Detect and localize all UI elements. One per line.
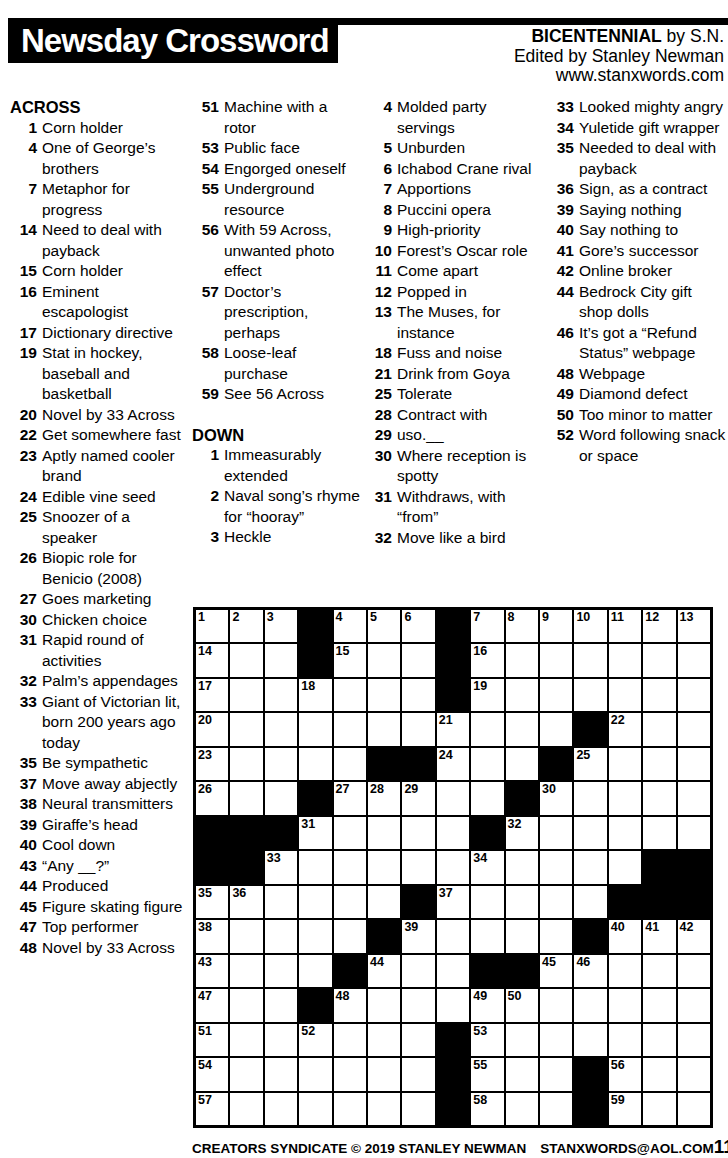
clue-text: Too minor to matter: [579, 405, 728, 426]
clue-text: Heckle: [224, 527, 362, 548]
cell-r15c14[interactable]: [643, 1093, 675, 1125]
cell-r12c1[interactable]: 47: [196, 989, 228, 1021]
cell-r3c1[interactable]: 17: [196, 679, 228, 711]
cell-r13c13[interactable]: [609, 1024, 641, 1056]
black-square-r6c4: [299, 782, 331, 814]
clue-down-34: 34Yuletide gift wrapper: [547, 118, 728, 139]
cell-r6c15[interactable]: [678, 782, 710, 814]
cell-r10c15[interactable]: 42: [678, 920, 710, 952]
cell-r11c12[interactable]: 46: [574, 955, 606, 987]
clue-down-11: 11Come apart: [365, 261, 542, 282]
cell-number: 46: [576, 955, 590, 969]
clue-text: Chicken choice: [42, 610, 188, 631]
cell-r4c8[interactable]: 21: [437, 713, 469, 745]
cell-r2c11[interactable]: [540, 644, 572, 676]
cell-r9c2[interactable]: 36: [230, 886, 262, 918]
clue-text: Machine with a rotor: [224, 97, 362, 138]
cell-r10c9[interactable]: [471, 920, 503, 952]
cell-r10c1[interactable]: 38: [196, 920, 228, 952]
cell-r6c3[interactable]: [265, 782, 297, 814]
cell-r1c7[interactable]: 6: [402, 610, 434, 642]
clue-across-19: 19Stat in hockey, baseball and basketbal…: [10, 343, 188, 405]
cell-number: 4: [336, 610, 343, 624]
clue-number: 29: [365, 425, 397, 446]
cell-r15c5[interactable]: [334, 1093, 366, 1125]
cell-r1c13[interactable]: 11: [609, 610, 641, 642]
clue-across-22: 22Get somewhere fast: [10, 425, 188, 446]
cell-r11c11[interactable]: 45: [540, 955, 572, 987]
cell-r2c7[interactable]: [402, 644, 434, 676]
cell-r2c14[interactable]: [643, 644, 675, 676]
cell-r8c9[interactable]: 34: [471, 851, 503, 883]
cell-r9c6[interactable]: [368, 886, 400, 918]
cell-r12c13[interactable]: [609, 989, 641, 1021]
cell-r15c3[interactable]: [265, 1093, 297, 1125]
cell-r14c11[interactable]: [540, 1058, 572, 1090]
clue-down-9: 9High-priority: [365, 220, 542, 241]
clue-across-27: 27Goes marketing: [10, 589, 188, 610]
cell-r1c11[interactable]: 9: [540, 610, 572, 642]
cell-r10c7[interactable]: 39: [402, 920, 434, 952]
cell-r8c5[interactable]: [334, 851, 366, 883]
clue-number: 55: [192, 179, 224, 200]
cell-r3c13[interactable]: [609, 679, 641, 711]
clue-text: Palm’s appendages: [42, 671, 188, 692]
cell-r15c15[interactable]: [678, 1093, 710, 1125]
cell-r4c14[interactable]: [643, 713, 675, 745]
cell-number: 43: [198, 955, 212, 969]
clue-text: Gore’s successor: [579, 241, 728, 262]
cell-r11c14[interactable]: [643, 955, 675, 987]
clue-number: 28: [365, 405, 397, 426]
cell-r14c6[interactable]: [368, 1058, 400, 1090]
cell-r11c2[interactable]: [230, 955, 262, 987]
cell-r14c10[interactable]: [506, 1058, 538, 1090]
cell-r12c9[interactable]: 49: [471, 989, 503, 1021]
cell-r5c14[interactable]: [643, 748, 675, 780]
clue-down-36: 36Sign, as a contract: [547, 179, 728, 200]
clue-text: Apportions: [397, 179, 542, 200]
clue-number: 25: [365, 384, 397, 405]
cell-r13c9[interactable]: 53: [471, 1024, 503, 1056]
cell-r5c1[interactable]: 23: [196, 748, 228, 780]
cell-r7c10[interactable]: 32: [506, 817, 538, 849]
cell-r11c6[interactable]: 44: [368, 955, 400, 987]
cell-r11c13[interactable]: [609, 955, 641, 987]
cell-r15c10[interactable]: [506, 1093, 538, 1125]
puzzle-info: BICENTENNIAL by S.N. Edited by Stanley N…: [514, 27, 724, 86]
cell-r12c10[interactable]: 50: [506, 989, 538, 1021]
clue-number: 51: [192, 97, 224, 118]
newspaper-puzzle-page: { "game": "crossword", "header": { "mast…: [0, 0, 728, 1158]
cell-r2c3[interactable]: [265, 644, 297, 676]
cell-r13c2[interactable]: [230, 1024, 262, 1056]
cell-r3c14[interactable]: [643, 679, 675, 711]
cell-r10c5[interactable]: [334, 920, 366, 952]
cell-r7c6[interactable]: [368, 817, 400, 849]
cell-r1c15[interactable]: 13: [678, 610, 710, 642]
cell-r6c7[interactable]: 29: [402, 782, 434, 814]
cell-r13c11[interactable]: [540, 1024, 572, 1056]
clue-text: Loose-leaf purchase: [224, 343, 362, 384]
cell-r12c11[interactable]: [540, 989, 572, 1021]
clue-number: 44: [547, 282, 579, 303]
cell-number: 30: [542, 782, 556, 796]
cell-r13c10[interactable]: [506, 1024, 538, 1056]
clue-across-57: 57Doctor’s prescription, perhaps: [192, 282, 362, 344]
cell-r10c13[interactable]: 40: [609, 920, 641, 952]
cell-r13c3[interactable]: [265, 1024, 297, 1056]
cell-r2c6[interactable]: [368, 644, 400, 676]
black-square-r8c1: [196, 851, 228, 883]
clue-text: Immeasurably extended: [224, 445, 362, 486]
clue-down-52: 52Word following snack or space: [547, 425, 728, 466]
cell-r2c15[interactable]: [678, 644, 710, 676]
clue-number: 4: [365, 97, 397, 118]
cell-r8c7[interactable]: [402, 851, 434, 883]
cell-r10c11[interactable]: [540, 920, 572, 952]
cell-r14c7[interactable]: [402, 1058, 434, 1090]
cell-r7c8[interactable]: [437, 817, 469, 849]
cell-r5c12[interactable]: 25: [574, 748, 606, 780]
clue-across-38: 38Neural transmitters: [10, 794, 188, 815]
cell-number: 24: [439, 748, 453, 762]
cell-r2c13[interactable]: [609, 644, 641, 676]
cell-number: 39: [404, 920, 418, 934]
clue-down-50: 50Too minor to matter: [547, 405, 728, 426]
cell-r10c14[interactable]: 41: [643, 920, 675, 952]
cell-r1c9[interactable]: 7: [471, 610, 503, 642]
cell-r5c13[interactable]: [609, 748, 641, 780]
cell-r7c13[interactable]: [609, 817, 641, 849]
cell-r3c3[interactable]: [265, 679, 297, 711]
cell-r14c3[interactable]: [265, 1058, 297, 1090]
cell-r4c2[interactable]: [230, 713, 262, 745]
clue-across-32: 32Palm’s appendages: [10, 671, 188, 692]
clue-column-2: 51Machine with a rotor53Public face54Eng…: [192, 97, 362, 548]
cell-r10c10[interactable]: [506, 920, 538, 952]
cell-r9c9[interactable]: [471, 886, 503, 918]
clue-text: Diamond defect: [579, 384, 728, 405]
clue-number: 39: [10, 815, 42, 836]
clue-down-7: 7Apportions: [365, 179, 542, 200]
cell-r1c12[interactable]: 10: [574, 610, 606, 642]
clue-across-47: 47Top performer: [10, 917, 188, 938]
clue-text: Move like a bird: [397, 528, 542, 549]
cell-r6c1[interactable]: 26: [196, 782, 228, 814]
cell-r4c1[interactable]: 20: [196, 713, 228, 745]
clue-text: Giraffe’s head: [42, 815, 188, 836]
black-square-r2c8: [437, 644, 469, 676]
cell-r8c8[interactable]: [437, 851, 469, 883]
cell-r4c7[interactable]: [402, 713, 434, 745]
cell-r9c1[interactable]: 35: [196, 886, 228, 918]
cell-r4c5[interactable]: [334, 713, 366, 745]
clue-number: 31: [10, 630, 42, 651]
clue-across-43: 43“Any __?”: [10, 856, 188, 877]
cell-r2c12[interactable]: [574, 644, 606, 676]
cell-r6c14[interactable]: [643, 782, 675, 814]
cell-r14c9[interactable]: 55: [471, 1058, 503, 1090]
crossword-grid: 1234567891011121314151617181920212223242…: [193, 607, 713, 1128]
cell-r3c11[interactable]: [540, 679, 572, 711]
cell-r4c9[interactable]: [471, 713, 503, 745]
cell-number: 45: [542, 955, 556, 969]
cell-r12c12[interactable]: [574, 989, 606, 1021]
clue-number: 43: [10, 856, 42, 877]
across-heading: ACROSS: [10, 97, 188, 118]
clue-down-5: 5Unburden: [365, 138, 542, 159]
cell-r12c5[interactable]: 48: [334, 989, 366, 1021]
cell-r7c11[interactable]: [540, 817, 572, 849]
cell-r9c3[interactable]: [265, 886, 297, 918]
clue-number: 9: [365, 220, 397, 241]
cell-r8c6[interactable]: [368, 851, 400, 883]
clue-down-10: 10Forest’s Oscar role: [365, 241, 542, 262]
cell-r12c2[interactable]: [230, 989, 262, 1021]
clue-number: 14: [10, 220, 42, 241]
clue-across-33: 33Giant of Victorian lit, born 200 years…: [10, 692, 188, 754]
cell-r5c9[interactable]: [471, 748, 503, 780]
clue-number: 31: [365, 487, 397, 508]
clue-text: Corn holder: [42, 118, 188, 139]
cell-r11c7[interactable]: [402, 955, 434, 987]
cell-r10c2[interactable]: [230, 920, 262, 952]
cell-r8c10[interactable]: [506, 851, 538, 883]
cell-r2c1[interactable]: 14: [196, 644, 228, 676]
clue-across-14: 14Need to deal with payback: [10, 220, 188, 261]
clue-number: 1: [192, 445, 224, 466]
cell-r9c10[interactable]: [506, 886, 538, 918]
clue-number: 1: [10, 118, 42, 139]
cell-r8c11[interactable]: [540, 851, 572, 883]
cell-r12c8[interactable]: [437, 989, 469, 1021]
black-square-r10c6: [368, 920, 400, 952]
cell-r3c9[interactable]: 19: [471, 679, 503, 711]
cell-r7c7[interactable]: [402, 817, 434, 849]
cell-r15c1[interactable]: 57: [196, 1093, 228, 1125]
cell-r6c6[interactable]: 28: [368, 782, 400, 814]
contact-email: STANXWORDS@AOL.COM: [540, 1141, 713, 1156]
cell-r3c10[interactable]: [506, 679, 538, 711]
clue-number: 52: [547, 425, 579, 446]
puzzle-byline: by S.N.: [662, 26, 724, 46]
clue-text: Novel by 33 Across: [42, 938, 188, 959]
cell-r14c4[interactable]: [299, 1058, 331, 1090]
cell-r13c14[interactable]: [643, 1024, 675, 1056]
clue-down-21: 21Drink from Goya: [365, 364, 542, 385]
cell-r15c7[interactable]: [402, 1093, 434, 1125]
cell-r15c2[interactable]: [230, 1093, 262, 1125]
cell-r11c3[interactable]: [265, 955, 297, 987]
cell-r3c5[interactable]: [334, 679, 366, 711]
cell-r14c15[interactable]: [678, 1058, 710, 1090]
cell-r5c8[interactable]: 24: [437, 748, 469, 780]
cell-number: 17: [198, 679, 212, 693]
cell-number: 10: [576, 610, 590, 624]
cell-number: 35: [198, 886, 212, 900]
cell-r15c11[interactable]: [540, 1093, 572, 1125]
clue-across-55: 55Underground resource: [192, 179, 362, 220]
cell-r14c14[interactable]: [643, 1058, 675, 1090]
cell-r13c1[interactable]: 51: [196, 1024, 228, 1056]
cell-r8c12[interactable]: [574, 851, 606, 883]
cell-number: 53: [473, 1024, 487, 1038]
clue-number: 17: [10, 323, 42, 344]
cell-r11c8[interactable]: [437, 955, 469, 987]
cell-r12c3[interactable]: [265, 989, 297, 1021]
clue-text: Cool down: [42, 835, 188, 856]
cell-r2c9[interactable]: 16: [471, 644, 503, 676]
cell-r2c2[interactable]: [230, 644, 262, 676]
cell-number: 1: [198, 610, 205, 624]
cell-r6c2[interactable]: [230, 782, 262, 814]
cell-r6c13[interactable]: [609, 782, 641, 814]
cell-r15c6[interactable]: [368, 1093, 400, 1125]
cell-r9c4[interactable]: [299, 886, 331, 918]
cell-number: 16: [473, 644, 487, 658]
cell-r5c4[interactable]: [299, 748, 331, 780]
clue-text: Neural transmitters: [42, 794, 188, 815]
cell-r1c10[interactable]: 8: [506, 610, 538, 642]
cell-r14c2[interactable]: [230, 1058, 262, 1090]
clue-text: Underground resource: [224, 179, 362, 220]
cell-r13c15[interactable]: [678, 1024, 710, 1056]
cell-r4c6[interactable]: [368, 713, 400, 745]
cell-number: 27: [336, 782, 350, 796]
cell-r4c11[interactable]: [540, 713, 572, 745]
cell-r4c13[interactable]: 22: [609, 713, 641, 745]
clue-text: Metaphor for progress: [42, 179, 188, 220]
cell-r4c15[interactable]: [678, 713, 710, 745]
cell-r5c2[interactable]: [230, 748, 262, 780]
cell-r6c9[interactable]: [471, 782, 503, 814]
cell-r13c5[interactable]: [334, 1024, 366, 1056]
clue-number: 4: [10, 138, 42, 159]
cell-r2c10[interactable]: [506, 644, 538, 676]
cell-r2c5[interactable]: 15: [334, 644, 366, 676]
cell-r13c4[interactable]: 52: [299, 1024, 331, 1056]
cell-r10c4[interactable]: [299, 920, 331, 952]
cell-r3c12[interactable]: [574, 679, 606, 711]
cell-r6c5[interactable]: 27: [334, 782, 366, 814]
cell-r8c3[interactable]: 33: [265, 851, 297, 883]
cell-r8c4[interactable]: [299, 851, 331, 883]
cell-r6c11[interactable]: 30: [540, 782, 572, 814]
clue-text: Saying nothing: [579, 200, 728, 221]
cell-r5c15[interactable]: [678, 748, 710, 780]
cell-r4c3[interactable]: [265, 713, 297, 745]
cell-r7c5[interactable]: [334, 817, 366, 849]
clue-text: Corn holder: [42, 261, 188, 282]
cell-r13c12[interactable]: [574, 1024, 606, 1056]
cell-r7c12[interactable]: [574, 817, 606, 849]
clue-down-28: 28Contract with: [365, 405, 542, 426]
clue-number: 49: [547, 384, 579, 405]
cell-r4c4[interactable]: [299, 713, 331, 745]
cell-r14c5[interactable]: [334, 1058, 366, 1090]
cell-r4c10[interactable]: [506, 713, 538, 745]
cell-r1c2[interactable]: 2: [230, 610, 262, 642]
clue-text: Puccini opera: [397, 200, 542, 221]
cell-r1c1[interactable]: 1: [196, 610, 228, 642]
cell-r10c8[interactable]: [437, 920, 469, 952]
cell-r12c14[interactable]: [643, 989, 675, 1021]
clue-number: 32: [10, 671, 42, 692]
clue-across-4: 4One of George’s brothers: [10, 138, 188, 179]
cell-r15c13[interactable]: 59: [609, 1093, 641, 1125]
clue-across-7: 7Metaphor for progress: [10, 179, 188, 220]
cell-r9c12[interactable]: [574, 886, 606, 918]
cell-r1c3[interactable]: 3: [265, 610, 297, 642]
cell-r3c4[interactable]: 18: [299, 679, 331, 711]
puzzle-title-line: BICENTENNIAL by S.N.: [514, 27, 724, 47]
cell-r9c11[interactable]: [540, 886, 572, 918]
cell-r15c4[interactable]: [299, 1093, 331, 1125]
cell-r9c5[interactable]: [334, 886, 366, 918]
cell-number: 40: [611, 920, 625, 934]
cell-r8c13[interactable]: [609, 851, 641, 883]
clue-down-1: 1Immeasurably extended: [192, 445, 362, 486]
cell-r1c5[interactable]: 4: [334, 610, 366, 642]
cell-r14c13[interactable]: 56: [609, 1058, 641, 1090]
cell-r12c6[interactable]: [368, 989, 400, 1021]
black-square-r7c3: [265, 817, 297, 849]
cell-r15c9[interactable]: 58: [471, 1093, 503, 1125]
clue-down-8: 8Puccini opera: [365, 200, 542, 221]
cell-r7c14[interactable]: [643, 817, 675, 849]
clue-across-15: 15Corn holder: [10, 261, 188, 282]
cell-r6c8[interactable]: [437, 782, 469, 814]
cell-r14c1[interactable]: 54: [196, 1058, 228, 1090]
cell-r12c7[interactable]: [402, 989, 434, 1021]
cell-r11c15[interactable]: [678, 955, 710, 987]
cell-r3c15[interactable]: [678, 679, 710, 711]
cell-r7c15[interactable]: [678, 817, 710, 849]
cell-r13c6[interactable]: [368, 1024, 400, 1056]
cell-r3c2[interactable]: [230, 679, 262, 711]
cell-r3c6[interactable]: [368, 679, 400, 711]
black-square-r7c1: [196, 817, 228, 849]
cell-r5c10[interactable]: [506, 748, 538, 780]
cell-r12c15[interactable]: [678, 989, 710, 1021]
cell-r7c4[interactable]: 31: [299, 817, 331, 849]
cell-r9c8[interactable]: 37: [437, 886, 469, 918]
cell-r1c6[interactable]: 5: [368, 610, 400, 642]
cell-r3c7[interactable]: [402, 679, 434, 711]
cell-r1c14[interactable]: 12: [643, 610, 675, 642]
cell-r5c3[interactable]: [265, 748, 297, 780]
black-square-r15c12: [574, 1093, 606, 1125]
cell-number: 14: [198, 644, 212, 658]
clue-text: Produced: [42, 876, 188, 897]
clue-across-24: 24Edible vine seed: [10, 487, 188, 508]
cell-number: 38: [198, 920, 212, 934]
black-square-r14c12: [574, 1058, 606, 1090]
cell-r13c7[interactable]: [402, 1024, 434, 1056]
cell-r11c1[interactable]: 43: [196, 955, 228, 987]
cell-number: 49: [473, 989, 487, 1003]
cell-r11c4[interactable]: [299, 955, 331, 987]
cell-r6c12[interactable]: [574, 782, 606, 814]
clue-number: 35: [10, 753, 42, 774]
cell-r10c3[interactable]: [265, 920, 297, 952]
clue-across-51: 51Machine with a rotor: [192, 97, 362, 138]
cell-r5c5[interactable]: [334, 748, 366, 780]
cell-number: 57: [198, 1093, 212, 1107]
clue-across-48: 48Novel by 33 Across: [10, 938, 188, 959]
cell-number: 29: [404, 782, 418, 796]
